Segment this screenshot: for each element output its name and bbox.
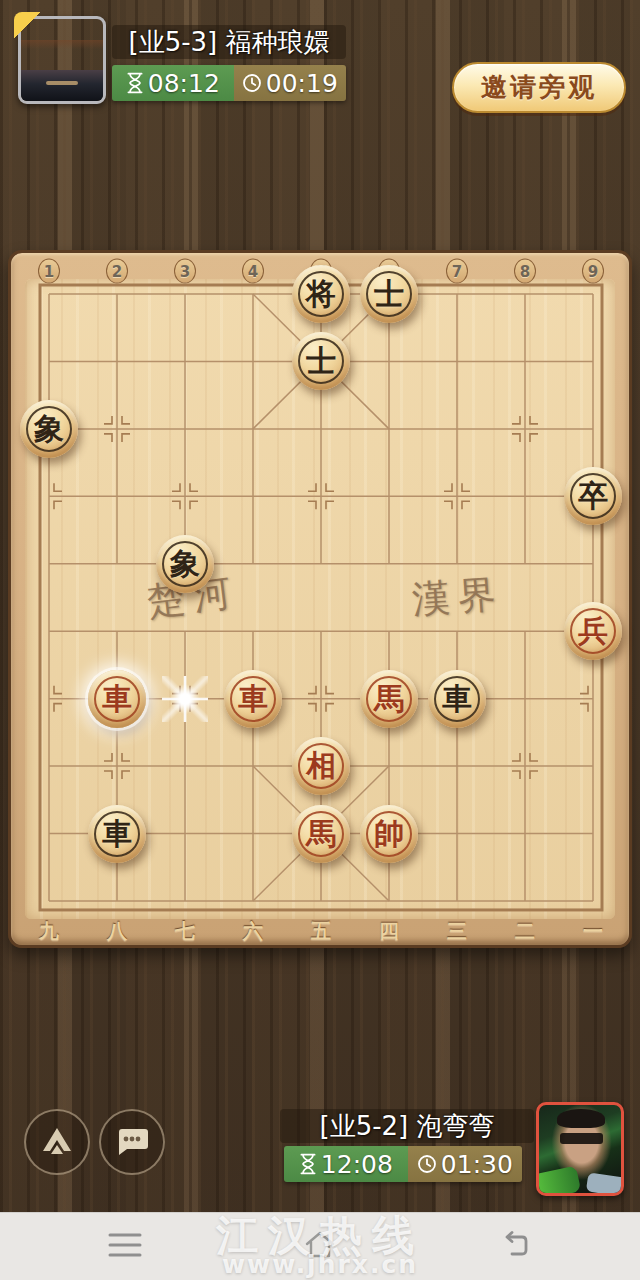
back-button[interactable] [499,1231,531,1263]
piece-glyph: 馬 [374,684,404,714]
piece-glyph: 車 [442,684,472,714]
avatar-shirt [536,1166,581,1196]
river-text-right: 漢界 [410,568,505,625]
file-label-bottom: 六 [243,918,263,945]
bottom-player-timers: 12:08 01:30 [284,1146,522,1182]
file-label-bottom: 三 [447,918,467,945]
file-label-top: 8 [514,259,536,284]
top-player-name: [业5-3] 福种琅嬛 [112,25,346,59]
file-label-bottom: 七 [175,918,195,945]
top-move-timer: 00:19 [234,65,346,101]
avatar-glasses [560,1133,603,1144]
board-grid[interactable]: 楚河 漢界 将士士象卒象兵車車馬車相車馬帥 [49,294,593,901]
hourglass-icon [299,1153,317,1175]
avatar-sea [21,70,103,101]
piece-red-chariot[interactable]: 車 [224,670,282,728]
avatar-hair [557,1109,605,1128]
file-label-bottom: 四 [379,918,399,945]
android-navbar [0,1212,640,1280]
piece-black-elephant[interactable]: 象 [156,535,214,593]
bottom-move-timer: 01:30 [408,1146,522,1182]
xiangqi-board: 123456789 九八七六五四三二一 楚河 漢界 将士士象卒象兵車車馬車相車馬… [8,250,632,948]
piece-glyph: 兵 [578,616,608,646]
avatar-corner-badge [14,12,40,38]
back-icon [499,1231,531,1259]
bottom-main-timer: 12:08 [284,1146,408,1182]
piece-black-elephant[interactable]: 象 [20,400,78,458]
expand-menu-button[interactable] [24,1109,90,1175]
piece-glyph: 相 [306,751,336,781]
piece-red-horse[interactable]: 馬 [292,805,350,863]
top-main-time: 08:12 [148,69,220,98]
clock-icon [417,1154,437,1174]
piece-glyph: 将 [306,279,336,309]
recents-button[interactable] [108,1232,142,1262]
expand-up-icon [37,1123,77,1161]
top-player-timers: 08:12 00:19 [112,65,346,101]
file-label-top: 3 [174,259,196,284]
file-label-top: 1 [38,259,60,284]
clock-icon [242,73,262,93]
piece-glyph: 帥 [374,819,404,849]
piece-red-horse[interactable]: 馬 [360,670,418,728]
top-main-timer: 08:12 [112,65,234,101]
piece-glyph: 士 [306,346,336,376]
file-label-top: 7 [446,259,468,284]
piece-red-chariot[interactable]: 車 [88,670,146,728]
file-label-bottom: 二 [515,918,535,945]
hourglass-icon [126,72,144,94]
xiangqi-game-screen: { "game": "xiangqi", "position": { "fen"… [0,0,640,1280]
piece-black-soldier[interactable]: 卒 [564,467,622,525]
piece-black-chariot[interactable]: 車 [428,670,486,728]
top-move-time: 00:19 [266,69,338,98]
piece-red-elephant[interactable]: 相 [292,737,350,795]
file-label-bottom: 五 [311,918,331,945]
piece-glyph: 士 [374,279,404,309]
piece-black-advisor[interactable]: 士 [360,265,418,323]
avatar-sun-glint [46,81,79,85]
chat-bubble-icon [112,1123,152,1161]
piece-black-general[interactable]: 将 [292,265,350,323]
bottom-main-time: 12:08 [321,1150,393,1179]
bottom-player-avatar[interactable] [536,1102,624,1196]
file-label-top: 4 [242,259,264,284]
file-label-bottom: 八 [107,918,127,945]
piece-glyph: 卒 [578,481,608,511]
piece-glyph: 車 [102,684,132,714]
piece-glyph: 車 [238,684,268,714]
piece-glyph: 象 [170,549,200,579]
bottom-move-time: 01:30 [441,1150,513,1179]
chat-button[interactable] [99,1109,165,1175]
piece-red-soldier[interactable]: 兵 [564,602,622,660]
file-label-top: 2 [106,259,128,284]
bottom-player-name: [业5-2] 泡弯弯 [280,1109,534,1143]
piece-glyph: 馬 [306,819,336,849]
piece-glyph: 象 [34,414,64,444]
file-label-bottom: 九 [39,918,59,945]
home-button[interactable] [303,1230,337,1264]
avatar-cloud [21,40,103,48]
file-label-top: 9 [582,259,604,284]
piece-glyph: 車 [102,819,132,849]
avatar-collar [585,1173,624,1196]
piece-black-chariot[interactable]: 車 [88,805,146,863]
piece-red-general[interactable]: 帥 [360,805,418,863]
file-label-bottom: 一 [583,918,603,945]
recents-icon [108,1232,142,1258]
invite-spectators-button[interactable]: 邀请旁观 [452,62,626,113]
home-icon [303,1230,337,1260]
